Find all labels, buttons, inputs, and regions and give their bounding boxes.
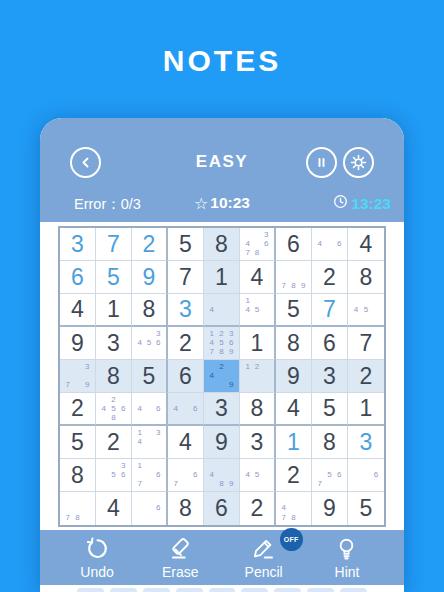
given-digit: 2: [312, 261, 347, 293]
user-digit: 1: [276, 426, 311, 458]
given-digit: 1: [348, 393, 384, 424]
given-digit: 1: [240, 327, 274, 359]
cell-r4c9[interactable]: 7: [348, 327, 384, 360]
given-digit: 4: [60, 294, 95, 325]
given-digit: 2: [96, 426, 131, 458]
given-digit: 2: [276, 459, 311, 491]
gear-icon: [349, 153, 368, 172]
user-digit: 9: [132, 261, 166, 293]
given-digit: 6: [204, 492, 239, 525]
cell-r6c9[interactable]: 1: [348, 393, 384, 426]
pencil-notes: 167: [132, 459, 166, 491]
pencil-notes: 46: [132, 393, 166, 424]
pencil-icon: [251, 536, 276, 561]
best-time-value: 10:23: [210, 194, 250, 211]
cell-r5c4[interactable]: 6: [168, 360, 204, 393]
cell-r7c6[interactable]: 3: [240, 426, 276, 459]
cell-r6c5[interactable]: 3: [204, 393, 240, 426]
given-digit: 2: [60, 393, 95, 424]
cell-r3c4[interactable]: 3: [168, 294, 204, 327]
pencil-notes: 134: [132, 426, 166, 458]
given-digit: 4: [96, 492, 131, 525]
pencil-notes: 123456789: [204, 327, 239, 359]
undo-icon: [85, 536, 110, 561]
cell-r1c9[interactable]: 4: [348, 228, 384, 261]
given-digit: 8: [204, 228, 239, 260]
cell-r3c5[interactable]: 4: [204, 294, 240, 327]
elapsed-time-value: 13:23: [351, 195, 391, 213]
cell-r3c9[interactable]: 45: [348, 294, 384, 327]
cell-r7c4[interactable]: 4: [168, 426, 204, 459]
cell-r9c2[interactable]: 4: [96, 492, 132, 525]
difficulty-title: EASY: [120, 152, 324, 172]
hint-button[interactable]: Hint: [320, 536, 374, 580]
cell-r7c9[interactable]: 3: [348, 426, 384, 459]
cell-r4c2[interactable]: 3: [96, 327, 132, 360]
pencil-notes: 249: [204, 360, 239, 392]
given-digit: 8: [312, 426, 347, 458]
cell-r8c4[interactable]: 67: [168, 459, 204, 492]
erase-button[interactable]: Erase: [153, 536, 207, 580]
cell-r9c9[interactable]: 5: [348, 492, 384, 525]
pencil-notes: 567: [312, 459, 347, 491]
given-digit: 2: [240, 492, 274, 525]
given-digit: 8: [96, 360, 131, 392]
cell-r2c6[interactable]: 4: [240, 261, 276, 294]
cell-r4c5[interactable]: 123456789: [204, 327, 240, 360]
pencil-notes: 789: [276, 261, 311, 293]
given-digit: 3: [312, 360, 347, 392]
pencil-notes: 12: [240, 360, 274, 392]
user-digit: 3: [60, 228, 95, 260]
pencil-notes: 3456: [132, 327, 166, 359]
given-digit: 6: [168, 360, 203, 392]
user-digit: 5: [96, 261, 131, 293]
numpad-key[interactable]: [143, 588, 170, 592]
cell-r2c1[interactable]: 6: [60, 261, 96, 294]
clock-icon: [333, 194, 348, 213]
cell-r1c7[interactable]: 6: [276, 228, 312, 261]
cell-r5c3[interactable]: 5: [132, 360, 168, 393]
cell-r4c7[interactable]: 8: [276, 327, 312, 360]
toolbar: Undo Erase Pencil OFF: [40, 530, 404, 585]
cell-r2c7[interactable]: 789: [276, 261, 312, 294]
cell-r2c9[interactable]: 8: [348, 261, 384, 294]
cell-r3c8[interactable]: 7: [312, 294, 348, 327]
user-digit: 7: [312, 294, 347, 325]
given-digit: 7: [168, 261, 203, 293]
given-digit: 5: [132, 360, 166, 392]
cell-r7c1[interactable]: 5: [60, 426, 96, 459]
given-digit: 4: [348, 228, 384, 260]
given-digit: 4: [168, 426, 203, 458]
cell-r1c8[interactable]: 46: [312, 228, 348, 261]
user-digit: 3: [348, 426, 384, 458]
chevron-left-icon: [76, 153, 95, 172]
user-digit: 2: [132, 228, 166, 260]
numpad-key[interactable]: [274, 588, 301, 592]
given-digit: 5: [348, 492, 384, 525]
cell-r5c1[interactable]: 379: [60, 360, 96, 393]
cell-r8c8[interactable]: 567: [312, 459, 348, 492]
undo-button[interactable]: Undo: [70, 536, 124, 580]
pencil-notes: 4: [204, 294, 239, 325]
cell-r1c5[interactable]: 8: [204, 228, 240, 261]
cell-r3c6[interactable]: 145: [240, 294, 276, 327]
pencil-off-badge: OFF: [280, 528, 303, 551]
given-digit: 8: [240, 393, 274, 424]
cell-r7c5[interactable]: 9: [204, 426, 240, 459]
app-title: NOTES: [0, 44, 444, 78]
cell-r2c2[interactable]: 5: [96, 261, 132, 294]
pencil-notes: 34678: [240, 228, 274, 260]
numpad-key[interactable]: [209, 588, 236, 592]
number-pad: [40, 585, 404, 592]
cell-r3c7[interactable]: 5: [276, 294, 312, 327]
cell-r6c3[interactable]: 46: [132, 393, 168, 426]
given-digit: 3: [240, 426, 274, 458]
numpad-key[interactable]: [77, 588, 104, 592]
back-button[interactable]: [70, 147, 101, 178]
cell-r6c4[interactable]: 46: [168, 393, 204, 426]
given-digit: 6: [276, 228, 311, 260]
board-area: 3725834678646465971478928418341455745933…: [40, 222, 404, 530]
user-digit: 6: [60, 261, 95, 293]
cell-r6c6[interactable]: 8: [240, 393, 276, 426]
given-digit: 5: [60, 426, 95, 458]
cell-r4c8[interactable]: 6: [312, 327, 348, 360]
pencil-notes: 356: [96, 459, 131, 491]
cell-r1c1[interactable]: 3: [60, 228, 96, 261]
pencil-notes: 45: [240, 459, 274, 491]
given-digit: 8: [348, 261, 384, 293]
cell-r2c3[interactable]: 9: [132, 261, 168, 294]
cell-r3c3[interactable]: 8: [132, 294, 168, 327]
given-digit: 6: [312, 327, 347, 359]
given-digit: 3: [204, 393, 239, 424]
given-digit: 4: [240, 261, 274, 293]
elapsed-time: 13:23: [333, 194, 391, 213]
cell-r4c6[interactable]: 1: [240, 327, 276, 360]
cell-r6c8[interactable]: 5: [312, 393, 348, 426]
pencil-notes: 46: [312, 228, 347, 260]
error-counter: Error：0/3: [74, 195, 141, 214]
pencil-notes: 24568: [96, 393, 131, 424]
pencil-notes: 6: [348, 459, 384, 491]
cell-r8c2[interactable]: 356: [96, 459, 132, 492]
cell-r8c6[interactable]: 45: [240, 459, 276, 492]
pencil-notes: 78: [60, 492, 95, 525]
cell-r2c8[interactable]: 2: [312, 261, 348, 294]
pencil-notes: 478: [276, 492, 311, 525]
given-digit: 5: [276, 294, 311, 325]
numpad-key[interactable]: [307, 588, 334, 592]
game-card: EASY ☆10:23 Error：0/3 13:23 372583467864…: [40, 118, 404, 592]
cell-r8c3[interactable]: 167: [132, 459, 168, 492]
given-digit: 7: [348, 327, 384, 359]
cell-r2c5[interactable]: 1: [204, 261, 240, 294]
pencil-notes: 379: [60, 360, 95, 392]
numpad-key[interactable]: [176, 588, 203, 592]
settings-button[interactable]: [343, 147, 374, 178]
cell-r5c5[interactable]: 249: [204, 360, 240, 393]
given-digit: 1: [96, 294, 131, 325]
cell-r6c2[interactable]: 24568: [96, 393, 132, 426]
cell-r1c3[interactable]: 2: [132, 228, 168, 261]
pencil-notes: 489: [204, 459, 239, 491]
pencil-notes: 67: [168, 459, 203, 491]
given-digit: 3: [96, 327, 131, 359]
pencil-label: Pencil: [245, 564, 283, 580]
star-icon: ☆: [194, 195, 208, 212]
given-digit: 8: [276, 327, 311, 359]
card-header: EASY ☆10:23 Error：0/3 13:23: [40, 118, 404, 222]
cell-r7c3[interactable]: 134: [132, 426, 168, 459]
given-digit: 8: [132, 294, 166, 325]
given-digit: 9: [312, 492, 347, 525]
cell-r1c4[interactable]: 5: [168, 228, 204, 261]
given-digit: 1: [204, 261, 239, 293]
cell-r5c7[interactable]: 9: [276, 360, 312, 393]
status-row: ☆10:23 Error：0/3 13:23: [40, 193, 404, 215]
given-digit: 2: [168, 327, 203, 359]
eraser-icon: [168, 536, 193, 561]
cell-r6c1[interactable]: 2: [60, 393, 96, 426]
given-digit: 8: [60, 459, 95, 491]
pencil-notes: 46: [168, 393, 203, 424]
pencil-notes: 145: [240, 294, 274, 325]
cell-r8c7[interactable]: 2: [276, 459, 312, 492]
cell-r2c4[interactable]: 7: [168, 261, 204, 294]
cell-r9c8[interactable]: 9: [312, 492, 348, 525]
given-digit: 9: [60, 327, 95, 359]
lightbulb-icon: [334, 536, 359, 561]
cell-r1c2[interactable]: 7: [96, 228, 132, 261]
numpad-key[interactable]: [340, 588, 367, 592]
given-digit: 2: [348, 360, 384, 392]
cell-r9c7[interactable]: 478: [276, 492, 312, 525]
erase-label: Erase: [162, 564, 199, 580]
cell-r8c1[interactable]: 8: [60, 459, 96, 492]
given-digit: 8: [168, 492, 203, 525]
given-digit: 9: [204, 426, 239, 458]
cell-r5c9[interactable]: 2: [348, 360, 384, 393]
cell-r4c1[interactable]: 9: [60, 327, 96, 360]
cell-r7c8[interactable]: 8: [312, 426, 348, 459]
cell-r6c7[interactable]: 4: [276, 393, 312, 426]
cell-r5c6[interactable]: 12: [240, 360, 276, 393]
pencil-notes: 6: [132, 492, 166, 525]
user-digit: 3: [168, 294, 203, 325]
numpad-key[interactable]: [241, 588, 268, 592]
cell-r9c1[interactable]: 78: [60, 492, 96, 525]
cell-r8c5[interactable]: 489: [204, 459, 240, 492]
cell-r9c4[interactable]: 8: [168, 492, 204, 525]
pencil-notes: 45: [348, 294, 384, 325]
cell-r3c1[interactable]: 4: [60, 294, 96, 327]
cell-r9c3[interactable]: 6: [132, 492, 168, 525]
sudoku-board: 3725834678646465971478928418341455745933…: [58, 226, 386, 527]
given-digit: 5: [168, 228, 203, 260]
cell-r7c2[interactable]: 2: [96, 426, 132, 459]
hint-label: Hint: [335, 564, 360, 580]
undo-label: Undo: [80, 564, 113, 580]
given-digit: 5: [312, 393, 347, 424]
cell-r9c6[interactable]: 2: [240, 492, 276, 525]
cell-r5c8[interactable]: 3: [312, 360, 348, 393]
given-digit: 4: [276, 393, 311, 424]
numpad-key[interactable]: [110, 588, 137, 592]
cell-r7c7[interactable]: 1: [276, 426, 312, 459]
cell-r3c2[interactable]: 1: [96, 294, 132, 327]
cell-r1c6[interactable]: 34678: [240, 228, 276, 261]
given-digit: 9: [276, 360, 311, 392]
cell-r4c4[interactable]: 2: [168, 327, 204, 360]
pencil-button[interactable]: Pencil OFF: [237, 536, 291, 580]
cell-r4c3[interactable]: 3456: [132, 327, 168, 360]
cell-r9c5[interactable]: 6: [204, 492, 240, 525]
cell-r8c9[interactable]: 6: [348, 459, 384, 492]
cell-r5c2[interactable]: 8: [96, 360, 132, 393]
user-digit: 7: [96, 228, 131, 260]
